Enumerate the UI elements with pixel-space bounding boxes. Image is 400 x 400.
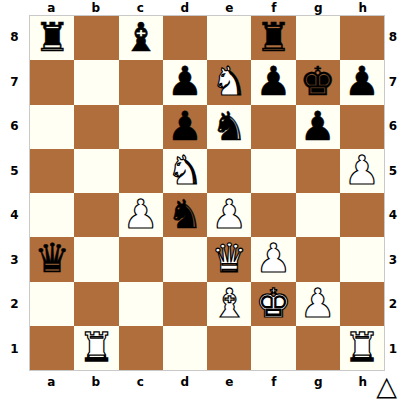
square-a2[interactable] bbox=[30, 282, 74, 326]
square-e4[interactable]: ♟ bbox=[207, 193, 251, 237]
square-b4[interactable] bbox=[74, 193, 118, 237]
rank-label-7: 7 bbox=[386, 60, 400, 105]
square-f8[interactable]: ♜ bbox=[251, 16, 295, 60]
black-rook[interactable]: ♜ bbox=[255, 17, 291, 57]
square-f6[interactable] bbox=[251, 105, 295, 149]
file-labels-top: abcdefgh bbox=[29, 0, 385, 15]
square-g7[interactable]: ♚ bbox=[296, 60, 340, 104]
square-c7[interactable] bbox=[119, 60, 163, 104]
square-a4[interactable] bbox=[30, 193, 74, 237]
black-pawn[interactable]: ♟ bbox=[344, 61, 380, 101]
rank-label-6: 6 bbox=[0, 104, 29, 149]
square-e3[interactable]: ♛ bbox=[207, 237, 251, 281]
square-b1[interactable]: ♜ bbox=[74, 326, 118, 370]
white-rook[interactable]: ♜ bbox=[78, 327, 114, 367]
white-to-move-triangle-icon: △ bbox=[376, 372, 397, 399]
rank-labels-left: 87654321 bbox=[0, 15, 29, 371]
white-pawn[interactable]: ♟ bbox=[123, 194, 159, 234]
file-label-d: d bbox=[163, 0, 208, 15]
rank-label-4: 4 bbox=[0, 193, 29, 238]
white-pawn[interactable]: ♟ bbox=[300, 283, 336, 323]
white-queen[interactable]: ♛ bbox=[211, 238, 247, 278]
square-c4[interactable]: ♟ bbox=[119, 193, 163, 237]
square-h8[interactable] bbox=[340, 16, 384, 60]
white-king[interactable]: ♚ bbox=[255, 283, 291, 323]
black-knight[interactable]: ♞ bbox=[211, 106, 247, 146]
square-a5[interactable] bbox=[30, 149, 74, 193]
white-pawn[interactable]: ♟ bbox=[211, 194, 247, 234]
square-f7[interactable]: ♟ bbox=[251, 60, 295, 104]
square-c3[interactable] bbox=[119, 237, 163, 281]
square-d6[interactable]: ♟ bbox=[163, 105, 207, 149]
white-knight[interactable]: ♞ bbox=[211, 61, 247, 101]
rank-label-4: 4 bbox=[386, 193, 400, 238]
file-labels-bottom: abcdefgh bbox=[29, 372, 385, 392]
square-g2[interactable]: ♟ bbox=[296, 282, 340, 326]
square-d2[interactable] bbox=[163, 282, 207, 326]
square-e2[interactable]: ♝ bbox=[207, 282, 251, 326]
rank-label-1: 1 bbox=[0, 327, 29, 372]
black-bishop[interactable]: ♝ bbox=[123, 17, 159, 57]
square-e1[interactable] bbox=[207, 326, 251, 370]
square-f2[interactable]: ♚ bbox=[251, 282, 295, 326]
file-label-e: e bbox=[207, 0, 252, 15]
file-label-f: f bbox=[252, 0, 297, 15]
rank-label-2: 2 bbox=[386, 282, 400, 327]
file-label-h: h bbox=[341, 0, 386, 15]
square-e5[interactable] bbox=[207, 149, 251, 193]
white-rook[interactable]: ♜ bbox=[344, 327, 380, 367]
square-d5[interactable]: ♞ bbox=[163, 149, 207, 193]
black-pawn[interactable]: ♟ bbox=[167, 61, 203, 101]
square-c8[interactable]: ♝ bbox=[119, 16, 163, 60]
square-h2[interactable] bbox=[340, 282, 384, 326]
square-b3[interactable] bbox=[74, 237, 118, 281]
white-bishop[interactable]: ♝ bbox=[211, 283, 247, 323]
file-label-b: b bbox=[74, 372, 119, 392]
square-b2[interactable] bbox=[74, 282, 118, 326]
file-label-f: f bbox=[252, 372, 297, 392]
square-a8[interactable]: ♜ bbox=[30, 16, 74, 60]
square-e8[interactable] bbox=[207, 16, 251, 60]
rank-label-8: 8 bbox=[0, 15, 29, 60]
file-label-b: b bbox=[74, 0, 119, 15]
square-f3[interactable]: ♟ bbox=[251, 237, 295, 281]
square-h3[interactable] bbox=[340, 237, 384, 281]
square-g3[interactable] bbox=[296, 237, 340, 281]
square-d7[interactable]: ♟ bbox=[163, 60, 207, 104]
square-a6[interactable] bbox=[30, 105, 74, 149]
square-d4[interactable]: ♞ bbox=[163, 193, 207, 237]
file-label-e: e bbox=[207, 372, 252, 392]
rank-label-1: 1 bbox=[386, 327, 400, 372]
file-label-c: c bbox=[118, 372, 163, 392]
file-label-c: c bbox=[118, 0, 163, 15]
black-king[interactable]: ♚ bbox=[300, 61, 336, 101]
square-c5[interactable] bbox=[119, 149, 163, 193]
square-g5[interactable] bbox=[296, 149, 340, 193]
square-g4[interactable] bbox=[296, 193, 340, 237]
rank-label-3: 3 bbox=[0, 238, 29, 283]
square-g8[interactable] bbox=[296, 16, 340, 60]
file-label-a: a bbox=[29, 0, 74, 15]
square-f1[interactable] bbox=[251, 326, 295, 370]
square-a3[interactable]: ♛ bbox=[30, 237, 74, 281]
square-b6[interactable] bbox=[74, 105, 118, 149]
square-a1[interactable] bbox=[30, 326, 74, 370]
file-label-a: a bbox=[29, 372, 74, 392]
square-a7[interactable] bbox=[30, 60, 74, 104]
square-b7[interactable] bbox=[74, 60, 118, 104]
rank-label-3: 3 bbox=[386, 238, 400, 283]
square-d8[interactable] bbox=[163, 16, 207, 60]
square-h7[interactable]: ♟ bbox=[340, 60, 384, 104]
square-e7[interactable]: ♞ bbox=[207, 60, 251, 104]
chess-diagram: abcdefgh abcdefgh 87654321 87654321 ♜♝♜♟… bbox=[0, 0, 400, 400]
chess-board: ♜♝♜♟♞♟♚♟♟♞♟♞♟♟♞♟♛♛♟♝♚♟♜♜ bbox=[29, 15, 385, 371]
square-h1[interactable]: ♜ bbox=[340, 326, 384, 370]
square-e6[interactable]: ♞ bbox=[207, 105, 251, 149]
white-pawn[interactable]: ♟ bbox=[255, 238, 291, 278]
rank-label-5: 5 bbox=[0, 149, 29, 194]
rank-label-2: 2 bbox=[0, 282, 29, 327]
square-g1[interactable] bbox=[296, 326, 340, 370]
black-pawn[interactable]: ♟ bbox=[300, 106, 336, 146]
square-h6[interactable] bbox=[340, 105, 384, 149]
square-f4[interactable] bbox=[251, 193, 295, 237]
file-label-g: g bbox=[296, 0, 341, 15]
file-label-g: g bbox=[296, 372, 341, 392]
rank-label-8: 8 bbox=[386, 15, 400, 60]
square-h4[interactable] bbox=[340, 193, 384, 237]
rank-label-7: 7 bbox=[0, 60, 29, 105]
black-queen[interactable]: ♛ bbox=[34, 238, 70, 278]
white-knight[interactable]: ♞ bbox=[167, 150, 203, 190]
rank-label-5: 5 bbox=[386, 149, 400, 194]
square-c6[interactable] bbox=[119, 105, 163, 149]
file-label-d: d bbox=[163, 372, 208, 392]
black-knight[interactable]: ♞ bbox=[167, 194, 203, 234]
black-pawn[interactable]: ♟ bbox=[167, 106, 203, 146]
square-h5[interactable]: ♟ bbox=[340, 149, 384, 193]
black-pawn[interactable]: ♟ bbox=[255, 61, 291, 101]
rank-labels-right: 87654321 bbox=[386, 15, 400, 371]
square-f5[interactable] bbox=[251, 149, 295, 193]
rank-label-6: 6 bbox=[386, 104, 400, 149]
square-c1[interactable] bbox=[119, 326, 163, 370]
square-g6[interactable]: ♟ bbox=[296, 105, 340, 149]
black-rook[interactable]: ♜ bbox=[34, 17, 70, 57]
square-d3[interactable] bbox=[163, 237, 207, 281]
square-b5[interactable] bbox=[74, 149, 118, 193]
square-b8[interactable] bbox=[74, 16, 118, 60]
white-pawn[interactable]: ♟ bbox=[344, 150, 380, 190]
square-d1[interactable] bbox=[163, 326, 207, 370]
square-c2[interactable] bbox=[119, 282, 163, 326]
